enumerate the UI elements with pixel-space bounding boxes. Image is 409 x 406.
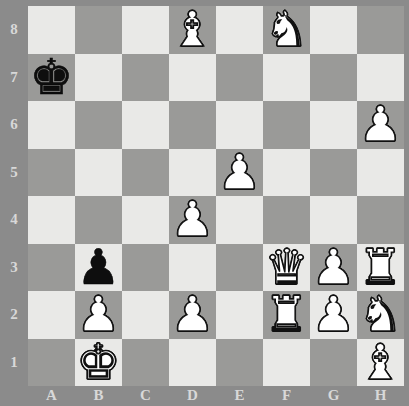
square-a1[interactable]: [28, 339, 75, 387]
file-label-h: H: [357, 385, 404, 406]
square-d7[interactable]: [169, 54, 216, 102]
square-h7[interactable]: [357, 54, 404, 102]
square-c1[interactable]: [122, 339, 169, 387]
square-g7[interactable]: [310, 54, 357, 102]
square-g5[interactable]: [310, 149, 357, 197]
square-d8[interactable]: ♝: [169, 6, 216, 54]
square-b7[interactable]: [75, 54, 122, 102]
rank-label-2: 2: [0, 291, 28, 339]
square-a5[interactable]: [28, 149, 75, 197]
square-f1[interactable]: [263, 339, 310, 387]
square-b3[interactable]: ♟: [75, 244, 122, 292]
square-h8[interactable]: [357, 6, 404, 54]
square-h6[interactable]: ♟: [357, 101, 404, 149]
square-h1[interactable]: ♝: [357, 339, 404, 387]
square-g2[interactable]: ♟: [310, 291, 357, 339]
square-g8[interactable]: [310, 6, 357, 54]
square-c8[interactable]: [122, 6, 169, 54]
square-b2[interactable]: ♟: [75, 291, 122, 339]
square-a8[interactable]: [28, 6, 75, 54]
file-label-e: E: [216, 385, 263, 406]
white-knight-f8: ♞: [265, 6, 309, 54]
square-f3[interactable]: ♛: [263, 244, 310, 292]
white-bishop-d8: ♝: [171, 6, 215, 54]
square-d4[interactable]: ♟: [169, 196, 216, 244]
square-e4[interactable]: [216, 196, 263, 244]
white-knight-h2: ♞: [359, 291, 403, 339]
square-e7[interactable]: [216, 54, 263, 102]
black-pawn-b3: ♟: [77, 244, 121, 292]
square-b1[interactable]: ♚: [75, 339, 122, 387]
square-g6[interactable]: [310, 101, 357, 149]
file-label-f: F: [263, 385, 310, 406]
square-d6[interactable]: [169, 101, 216, 149]
white-rook-h3: ♜: [359, 244, 403, 292]
square-h5[interactable]: [357, 149, 404, 197]
square-b5[interactable]: [75, 149, 122, 197]
chess-board-diagram: 87654321 ♝♞♚♟♟♟♟♛♟♜♟♟♜♟♞♚♝ ABCDEFGH: [0, 0, 409, 406]
black-king-a7: ♚: [30, 54, 74, 102]
square-d5[interactable]: [169, 149, 216, 197]
file-label-g: G: [310, 385, 357, 406]
white-pawn-h6: ♟: [359, 101, 403, 149]
square-e3[interactable]: [216, 244, 263, 292]
square-g3[interactable]: ♟: [310, 244, 357, 292]
rank-label-1: 1: [0, 339, 28, 387]
white-pawn-d2: ♟: [171, 291, 215, 339]
file-label-d: D: [169, 385, 216, 406]
white-queen-f3: ♛: [265, 244, 309, 292]
white-pawn-e5: ♟: [218, 149, 262, 197]
file-label-b: B: [75, 385, 122, 406]
square-b8[interactable]: [75, 6, 122, 54]
square-h2[interactable]: ♞: [357, 291, 404, 339]
square-g1[interactable]: [310, 339, 357, 387]
square-g4[interactable]: [310, 196, 357, 244]
square-d1[interactable]: [169, 339, 216, 387]
rank-labels: 87654321: [0, 6, 28, 386]
square-f8[interactable]: ♞: [263, 6, 310, 54]
square-d2[interactable]: ♟: [169, 291, 216, 339]
square-f7[interactable]: [263, 54, 310, 102]
square-b4[interactable]: [75, 196, 122, 244]
white-pawn-g2: ♟: [312, 291, 356, 339]
rank-label-7: 7: [0, 54, 28, 102]
square-c3[interactable]: [122, 244, 169, 292]
square-f6[interactable]: [263, 101, 310, 149]
white-pawn-b2: ♟: [77, 291, 121, 339]
square-b6[interactable]: [75, 101, 122, 149]
square-c7[interactable]: [122, 54, 169, 102]
square-a7[interactable]: ♚: [28, 54, 75, 102]
square-a4[interactable]: [28, 196, 75, 244]
rank-label-3: 3: [0, 244, 28, 292]
rank-label-6: 6: [0, 101, 28, 149]
square-e6[interactable]: [216, 101, 263, 149]
square-c2[interactable]: [122, 291, 169, 339]
file-label-c: C: [122, 385, 169, 406]
square-c5[interactable]: [122, 149, 169, 197]
square-c4[interactable]: [122, 196, 169, 244]
white-rook-f2: ♜: [265, 291, 309, 339]
white-pawn-g3: ♟: [312, 244, 356, 292]
square-e1[interactable]: [216, 339, 263, 387]
rank-label-4: 4: [0, 196, 28, 244]
white-pawn-d4: ♟: [171, 196, 215, 244]
square-d3[interactable]: [169, 244, 216, 292]
square-a2[interactable]: [28, 291, 75, 339]
file-label-a: A: [28, 385, 75, 406]
square-a3[interactable]: [28, 244, 75, 292]
square-f4[interactable]: [263, 196, 310, 244]
chess-board: ♝♞♚♟♟♟♟♛♟♜♟♟♜♟♞♚♝: [28, 6, 404, 386]
square-c6[interactable]: [122, 101, 169, 149]
square-a6[interactable]: [28, 101, 75, 149]
square-e8[interactable]: [216, 6, 263, 54]
file-labels: ABCDEFGH: [28, 385, 404, 406]
white-bishop-h1: ♝: [359, 339, 403, 387]
rank-label-5: 5: [0, 149, 28, 197]
square-e2[interactable]: [216, 291, 263, 339]
rank-label-8: 8: [0, 6, 28, 54]
square-f2[interactable]: ♜: [263, 291, 310, 339]
square-h4[interactable]: [357, 196, 404, 244]
white-king-b1: ♚: [77, 339, 121, 387]
square-e5[interactable]: ♟: [216, 149, 263, 197]
square-f5[interactable]: [263, 149, 310, 197]
square-h3[interactable]: ♜: [357, 244, 404, 292]
